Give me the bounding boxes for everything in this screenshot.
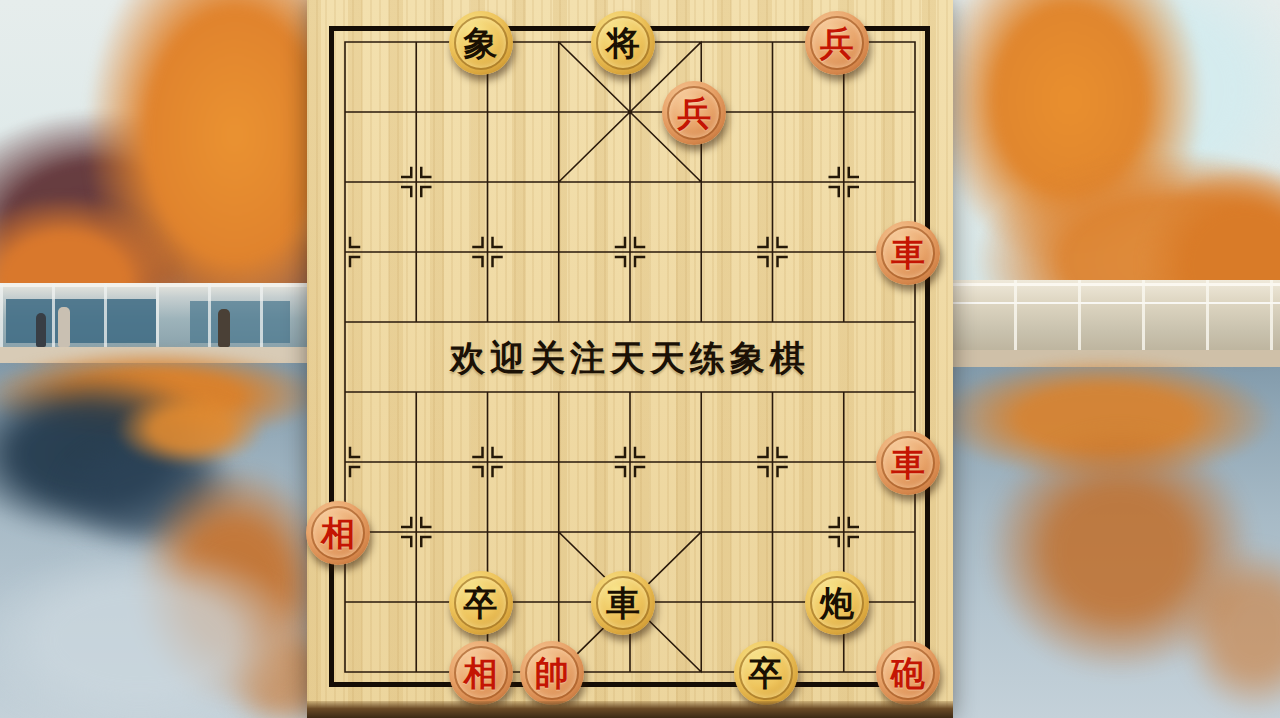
piece-character: 車	[891, 431, 925, 495]
piece-red-chariot[interactable]: 車	[876, 221, 940, 285]
pedestrian-silhouette	[218, 309, 230, 347]
piece-red-soldier[interactable]: 兵	[662, 81, 726, 145]
piece-character: 兵	[820, 11, 854, 75]
piece-character: 砲	[891, 641, 925, 705]
piece-character: 相	[464, 641, 498, 705]
pergola-frame-posts	[950, 280, 1280, 352]
piece-black-elephant[interactable]: 象	[449, 11, 513, 75]
piece-character: 車	[891, 221, 925, 285]
shelter-frame-posts	[0, 283, 307, 349]
piece-red-elephant[interactable]: 相	[306, 501, 370, 565]
piece-black-soldier[interactable]: 卒	[449, 571, 513, 635]
piece-black-soldier[interactable]: 卒	[734, 641, 798, 705]
piece-character: 炮	[820, 571, 854, 635]
piece-character: 卒	[464, 571, 498, 635]
piece-character: 車	[606, 571, 640, 635]
river-banner: 欢迎关注天天练象棋	[307, 336, 953, 380]
piece-character: 将	[606, 11, 640, 75]
piece-character: 卒	[749, 641, 783, 705]
piece-red-soldier[interactable]: 兵	[805, 11, 869, 75]
piece-red-general[interactable]: 帥	[520, 641, 584, 705]
piece-red-elephant[interactable]: 相	[449, 641, 513, 705]
piece-black-chariot[interactable]: 車	[591, 571, 655, 635]
piece-character: 帥	[535, 641, 569, 705]
piece-character: 象	[464, 11, 498, 75]
pergola-right	[950, 280, 1280, 352]
piece-black-cannon[interactable]: 炮	[805, 571, 869, 635]
floating-leaves-left-2	[115, 392, 265, 467]
board-bottom-edge	[307, 701, 953, 718]
pedestrian-silhouette	[36, 313, 46, 347]
piece-black-general[interactable]: 将	[591, 11, 655, 75]
pedestrian-silhouette	[58, 307, 70, 347]
piece-character: 相	[321, 501, 355, 565]
piece-red-cannon[interactable]: 砲	[876, 641, 940, 705]
piece-character: 兵	[677, 81, 711, 145]
piece-red-chariot[interactable]: 車	[876, 431, 940, 495]
xiangqi-board[interactable]: 欢迎关注天天练象棋 象将兵兵車車相卒車炮相帥卒砲	[307, 0, 953, 718]
screenshot: 欢迎关注天天练象棋 象将兵兵車車相卒車炮相帥卒砲	[0, 0, 1280, 718]
glass-shelter-left	[0, 283, 307, 349]
